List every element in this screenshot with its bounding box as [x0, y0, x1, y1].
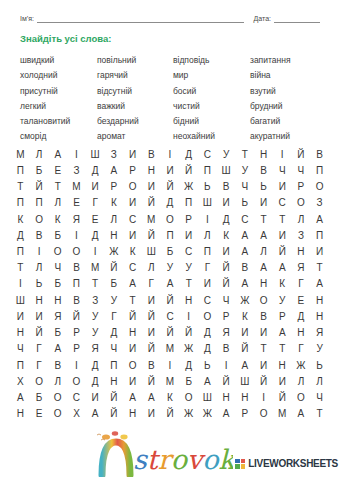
word-item: мир: [173, 68, 250, 83]
grid-cell[interactable]: О: [198, 308, 217, 324]
grid-cell[interactable]: Й: [142, 195, 161, 211]
grid-cell[interactable]: А: [235, 357, 254, 373]
grid-cell[interactable]: Ь: [235, 195, 254, 211]
grid-cell[interactable]: Й: [217, 260, 236, 276]
grid-cell[interactable]: Ш: [86, 146, 105, 162]
grid-cell[interactable]: И: [11, 308, 30, 324]
grid-cell[interactable]: О: [292, 390, 311, 406]
grid-cell[interactable]: О: [48, 243, 67, 259]
grid-cell[interactable]: С: [67, 390, 86, 406]
grid-cell[interactable]: Ч: [273, 162, 292, 178]
grid-cell[interactable]: И: [142, 406, 161, 422]
grid-cell[interactable]: А: [123, 390, 142, 406]
grid-cell[interactable]: Т: [48, 178, 67, 194]
grid-cell[interactable]: Й: [142, 308, 161, 324]
grid-cell[interactable]: И: [123, 146, 142, 162]
word-item: чистий: [173, 99, 250, 114]
grid-cell[interactable]: Т: [179, 276, 198, 292]
grid-cell[interactable]: К: [48, 211, 67, 227]
grid-cell[interactable]: Й: [142, 227, 161, 243]
grid-cell[interactable]: М: [11, 146, 30, 162]
grid-cell[interactable]: О: [292, 195, 311, 211]
grid-cell[interactable]: Н: [48, 292, 67, 308]
grid-cell[interactable]: Л: [30, 260, 49, 276]
grid-cell[interactable]: П: [198, 162, 217, 178]
grid-cell[interactable]: Д: [179, 146, 198, 162]
grid-cell[interactable]: Б: [48, 325, 67, 341]
grid-cell[interactable]: П: [198, 243, 217, 259]
grid-cell[interactable]: И: [254, 325, 273, 341]
grid-cell[interactable]: Д: [292, 308, 311, 324]
grid-cell[interactable]: Й: [179, 162, 198, 178]
grid-cell[interactable]: Н: [123, 406, 142, 422]
grid-cell[interactable]: Й: [142, 341, 161, 357]
grid-cell[interactable]: Е: [67, 195, 86, 211]
grid-cell[interactable]: Н: [310, 308, 329, 324]
grid-cell[interactable]: С: [198, 292, 217, 308]
grid-cell[interactable]: Й: [273, 243, 292, 259]
grid-cell[interactable]: П: [310, 227, 329, 243]
grid-cell[interactable]: Ж: [179, 406, 198, 422]
grid-cell[interactable]: І: [67, 146, 86, 162]
grid-cell[interactable]: И: [142, 178, 161, 194]
grid-cell[interactable]: Ш: [217, 162, 236, 178]
grid-cell[interactable]: Б: [161, 243, 180, 259]
grid-cell[interactable]: Р: [217, 308, 236, 324]
grid-cell[interactable]: Г: [292, 276, 311, 292]
grid-cell[interactable]: Р: [67, 341, 86, 357]
ostrovok-logo: strovok: [93, 429, 233, 477]
grid-cell[interactable]: Д: [161, 195, 180, 211]
grid-cell[interactable]: П: [11, 357, 30, 373]
grid-cell[interactable]: У: [235, 162, 254, 178]
grid-cell[interactable]: П: [11, 195, 30, 211]
grid-cell[interactable]: Г: [30, 341, 49, 357]
name-field[interactable]: [37, 13, 243, 23]
grid-cell[interactable]: Г: [292, 341, 311, 357]
grid-cell[interactable]: П: [105, 357, 124, 373]
grid-cell[interactable]: О: [48, 390, 67, 406]
grid-cell[interactable]: Р: [67, 325, 86, 341]
grid-cell[interactable]: Е: [292, 292, 311, 308]
grid-cell[interactable]: Д: [105, 325, 124, 341]
grid-cell[interactable]: В: [254, 308, 273, 324]
grid-cell[interactable]: Л: [48, 373, 67, 389]
grid-cell[interactable]: Р: [273, 308, 292, 324]
grid-cell[interactable]: Й: [105, 260, 124, 276]
grid-cell[interactable]: И: [30, 308, 49, 324]
grid-cell[interactable]: Д: [86, 373, 105, 389]
grid-cell[interactable]: И: [179, 227, 198, 243]
word-item: неохайний: [173, 129, 250, 144]
grid-cell[interactable]: Т: [254, 211, 273, 227]
grid-cell[interactable]: Д: [198, 325, 217, 341]
grid-cell[interactable]: Т: [86, 276, 105, 292]
grid-cell[interactable]: Н: [179, 292, 198, 308]
grid-cell[interactable]: Й: [30, 325, 49, 341]
grid-cell[interactable]: В: [142, 357, 161, 373]
grid-cell[interactable]: В: [217, 341, 236, 357]
grid-cell[interactable]: О: [48, 406, 67, 422]
word-column: запитаннявійнавзутийбруднийбагатийакурат…: [250, 53, 322, 145]
grid-cell[interactable]: З: [86, 292, 105, 308]
grid-cell[interactable]: П: [11, 162, 30, 178]
grid-cell[interactable]: Ш: [198, 195, 217, 211]
grid-cell[interactable]: О: [161, 211, 180, 227]
grid-cell[interactable]: У: [310, 341, 329, 357]
grid-cell[interactable]: Е: [30, 406, 49, 422]
grid-cell[interactable]: К: [123, 243, 142, 259]
grid-cell[interactable]: М: [273, 406, 292, 422]
grid-cell[interactable]: М: [161, 341, 180, 357]
grid-cell[interactable]: М: [86, 260, 105, 276]
grid-cell[interactable]: О: [179, 390, 198, 406]
grid-cell[interactable]: Ч: [310, 390, 329, 406]
grid-cell[interactable]: А: [48, 341, 67, 357]
grid-cell[interactable]: Ь: [254, 178, 273, 194]
grid-cell[interactable]: І: [11, 276, 30, 292]
grid-cell[interactable]: А: [273, 260, 292, 276]
grid-cell[interactable]: Я: [67, 211, 86, 227]
grid-cell[interactable]: И: [217, 195, 236, 211]
grid-cell[interactable]: Н: [11, 325, 30, 341]
grid-cell[interactable]: Д: [86, 227, 105, 243]
grid-cell[interactable]: І: [30, 243, 49, 259]
grid-cell[interactable]: Р: [179, 211, 198, 227]
grid-cell[interactable]: О: [123, 178, 142, 194]
grid-cell[interactable]: У: [179, 260, 198, 276]
word-item: талановитий: [20, 114, 97, 129]
grid-cell[interactable]: А: [235, 227, 254, 243]
grid-cell[interactable]: К: [11, 211, 30, 227]
grid-cell[interactable]: Т: [11, 178, 30, 194]
grid-cell[interactable]: И: [273, 373, 292, 389]
grid-cell[interactable]: І: [67, 227, 86, 243]
grid-cell[interactable]: Я: [86, 341, 105, 357]
grid-cell[interactable]: А: [235, 276, 254, 292]
grid-cell[interactable]: У: [86, 325, 105, 341]
grid-cell[interactable]: Д: [86, 357, 105, 373]
grid-cell[interactable]: С: [123, 260, 142, 276]
grid-cell[interactable]: С: [235, 211, 254, 227]
grid-cell[interactable]: Н: [292, 243, 311, 259]
grid-cell[interactable]: С: [161, 308, 180, 324]
grid-cell[interactable]: Х: [67, 406, 86, 422]
grid-cell[interactable]: Н: [310, 292, 329, 308]
grid-cell[interactable]: П: [30, 195, 49, 211]
grid-cell[interactable]: Р: [235, 406, 254, 422]
grid-cell[interactable]: Н: [11, 406, 30, 422]
grid-cell[interactable]: А: [310, 276, 329, 292]
grid-cell[interactable]: У: [273, 292, 292, 308]
grid-cell[interactable]: К: [217, 227, 236, 243]
grid-cell[interactable]: Й: [235, 341, 254, 357]
grid-cell[interactable]: З: [310, 195, 329, 211]
grid-cell[interactable]: Й: [161, 292, 180, 308]
grid-cell[interactable]: Б: [48, 227, 67, 243]
grid-cell[interactable]: У: [217, 146, 236, 162]
grid-cell[interactable]: З: [292, 227, 311, 243]
grid-cell[interactable]: В: [310, 146, 329, 162]
grid-cell[interactable]: Й: [161, 325, 180, 341]
grid-cell[interactable]: Н: [123, 325, 142, 341]
grid-cell[interactable]: Ч: [11, 341, 30, 357]
grid-cell[interactable]: Б: [179, 373, 198, 389]
grid-cell[interactable]: Л: [105, 211, 124, 227]
date-field[interactable]: [274, 13, 320, 23]
grid-cell[interactable]: И: [254, 357, 273, 373]
grid-cell[interactable]: И: [123, 227, 142, 243]
grid-cell[interactable]: Ж: [198, 406, 217, 422]
grid-cell[interactable]: Ь: [310, 357, 329, 373]
grid-cell[interactable]: Ч: [235, 178, 254, 194]
grid-cell[interactable]: Т: [310, 260, 329, 276]
grid-cell[interactable]: К: [235, 308, 254, 324]
grid-cell[interactable]: П: [11, 243, 30, 259]
grid-cell[interactable]: О: [310, 178, 329, 194]
grid-cell[interactable]: И: [142, 292, 161, 308]
grid-cell[interactable]: Ш: [235, 373, 254, 389]
grid-cell[interactable]: Й: [105, 406, 124, 422]
grid-cell[interactable]: Л: [310, 373, 329, 389]
grid-cell[interactable]: Г: [86, 195, 105, 211]
grid-cell[interactable]: І: [273, 146, 292, 162]
grid-cell[interactable]: С: [123, 211, 142, 227]
grid-cell[interactable]: Е: [48, 162, 67, 178]
grid-cell[interactable]: А: [86, 406, 105, 422]
grid-cell[interactable]: Н: [30, 292, 49, 308]
grid-cell[interactable]: І: [161, 357, 180, 373]
grid-cell[interactable]: А: [198, 373, 217, 389]
grid-cell[interactable]: Ж: [292, 357, 311, 373]
grid-cell[interactable]: В: [48, 357, 67, 373]
grid-cell[interactable]: П: [161, 227, 180, 243]
grid-cell[interactable]: А: [161, 276, 180, 292]
grid-cell[interactable]: У: [86, 308, 105, 324]
grid-cell[interactable]: А: [273, 325, 292, 341]
grid-cell[interactable]: И: [123, 341, 142, 357]
grid-cell[interactable]: Я: [310, 325, 329, 341]
grid-cell[interactable]: В: [142, 146, 161, 162]
grid-cell[interactable]: Ь: [30, 276, 49, 292]
grid-cell[interactable]: Н: [105, 373, 124, 389]
grid-cell[interactable]: Т: [273, 341, 292, 357]
grid-cell[interactable]: А: [105, 162, 124, 178]
grid-cell[interactable]: Ь: [198, 178, 217, 194]
grid-cell[interactable]: С: [179, 243, 198, 259]
grid-cell[interactable]: Т: [273, 211, 292, 227]
grid-cell[interactable]: Й: [217, 373, 236, 389]
grid-cell[interactable]: Й: [273, 390, 292, 406]
grid-cell[interactable]: Й: [254, 373, 273, 389]
grid-cell[interactable]: И: [217, 243, 236, 259]
grid-cell[interactable]: Й: [30, 178, 49, 194]
grid-cell[interactable]: И: [235, 325, 254, 341]
grid-cell[interactable]: И: [254, 195, 273, 211]
grid-cell[interactable]: І: [161, 146, 180, 162]
grid-cell[interactable]: Я: [292, 260, 311, 276]
grid-cell[interactable]: Л: [48, 195, 67, 211]
grid-cell[interactable]: В: [217, 178, 236, 194]
grid-cell[interactable]: А: [11, 390, 30, 406]
grid-cell[interactable]: Ш: [198, 390, 217, 406]
word-item: холодний: [20, 68, 97, 83]
grid-cell[interactable]: С: [273, 195, 292, 211]
grid-cell[interactable]: Л: [30, 146, 49, 162]
grid-cell[interactable]: Х: [11, 373, 30, 389]
grid-cell[interactable]: А: [123, 276, 142, 292]
grid-cell[interactable]: Б: [30, 162, 49, 178]
grid-cell[interactable]: Н: [254, 276, 273, 292]
grid-cell[interactable]: И: [123, 373, 142, 389]
grid-cell[interactable]: Н: [105, 227, 124, 243]
grid-cell[interactable]: И: [142, 325, 161, 341]
grid-cell[interactable]: А: [292, 406, 311, 422]
grid-cell[interactable]: О: [30, 373, 49, 389]
grid-cell[interactable]: Д: [179, 357, 198, 373]
grid-cell[interactable]: О: [30, 211, 49, 227]
grid-cell[interactable]: Ш: [11, 292, 30, 308]
grid-cell[interactable]: И: [86, 178, 105, 194]
grid-cell[interactable]: У: [105, 292, 124, 308]
grid-cell[interactable]: А: [48, 146, 67, 162]
grid-cell[interactable]: Ж: [179, 178, 198, 194]
grid-cell[interactable]: К: [273, 276, 292, 292]
grid-cell[interactable]: М: [142, 211, 161, 227]
grid-cell[interactable]: Б: [48, 276, 67, 292]
grid-cell[interactable]: А: [310, 211, 329, 227]
grid-cell[interactable]: А: [254, 227, 273, 243]
grid-cell[interactable]: О: [67, 373, 86, 389]
grid-cell[interactable]: А: [254, 260, 273, 276]
grid-cell[interactable]: Я: [217, 325, 236, 341]
grid-cell[interactable]: А: [235, 243, 254, 259]
grid-cell[interactable]: Ч: [217, 292, 236, 308]
grid-cell[interactable]: Р: [123, 162, 142, 178]
grid-cell[interactable]: Т: [310, 406, 329, 422]
grid-cell[interactable]: З: [67, 162, 86, 178]
grid-cell[interactable]: Й: [105, 390, 124, 406]
grid-cell[interactable]: Ч: [48, 260, 67, 276]
grid-cell[interactable]: М: [67, 178, 86, 194]
grid-cell[interactable]: К: [105, 195, 124, 211]
grid-cell[interactable]: Н: [273, 357, 292, 373]
grid-cell[interactable]: И: [310, 243, 329, 259]
grid-cell[interactable]: Й: [142, 373, 161, 389]
grid-cell[interactable]: Г: [30, 357, 49, 373]
grid-cell[interactable]: Т: [11, 260, 30, 276]
grid-cell[interactable]: Б: [30, 390, 49, 406]
grid-cell[interactable]: Ч: [105, 341, 124, 357]
grid-cell[interactable]: Ь: [198, 357, 217, 373]
grid-cell[interactable]: В: [67, 292, 86, 308]
grid-cell[interactable]: В: [254, 162, 273, 178]
grid-cell[interactable]: А: [217, 406, 236, 422]
grid-cell[interactable]: Е: [86, 211, 105, 227]
grid-cell[interactable]: Й: [292, 146, 311, 162]
grid-cell[interactable]: К: [161, 390, 180, 406]
grid-cell[interactable]: И: [86, 390, 105, 406]
grid-cell[interactable]: Д: [11, 227, 30, 243]
grid-cell[interactable]: Й: [217, 276, 236, 292]
grid-cell[interactable]: Л: [292, 211, 311, 227]
grid-cell[interactable]: І: [217, 357, 236, 373]
grid-cell[interactable]: О: [67, 243, 86, 259]
grid-cell[interactable]: І: [254, 390, 273, 406]
grid-cell[interactable]: Н: [142, 162, 161, 178]
grid-cell[interactable]: Т: [254, 341, 273, 357]
grid-cell[interactable]: Р: [105, 178, 124, 194]
grid-cell[interactable]: Д: [217, 211, 236, 227]
grid-cell[interactable]: У: [161, 260, 180, 276]
grid-cell[interactable]: С: [198, 146, 217, 162]
grid-cell[interactable]: И: [161, 162, 180, 178]
grid-cell[interactable]: Т: [123, 292, 142, 308]
grid-cell[interactable]: Р: [292, 178, 311, 194]
word-item: легкий: [20, 99, 97, 114]
grid-cell[interactable]: Л: [198, 227, 217, 243]
grid-cell[interactable]: И: [273, 227, 292, 243]
grid-cell[interactable]: В: [235, 260, 254, 276]
grid-cell[interactable]: И: [273, 178, 292, 194]
grid-cell[interactable]: Н: [235, 390, 254, 406]
grid-cell[interactable]: Й: [123, 308, 142, 324]
grid-cell[interactable]: І: [179, 308, 198, 324]
grid-cell[interactable]: І: [86, 243, 105, 259]
grid-cell[interactable]: Й: [161, 178, 180, 194]
grid-cell[interactable]: Б: [105, 276, 124, 292]
grid-cell[interactable]: Д: [198, 341, 217, 357]
grid-cell[interactable]: Л: [292, 373, 311, 389]
grid-cell[interactable]: В: [30, 227, 49, 243]
grid-cell[interactable]: О: [254, 292, 273, 308]
grid-cell[interactable]: Ч: [292, 162, 311, 178]
grid-cell[interactable]: Я: [48, 308, 67, 324]
grid-cell[interactable]: Л: [254, 243, 273, 259]
grid-cell[interactable]: Й: [161, 406, 180, 422]
grid-cell[interactable]: Ж: [235, 292, 254, 308]
grid-cell[interactable]: Н: [217, 390, 236, 406]
grid-cell[interactable]: Ш: [142, 243, 161, 259]
grid-cell[interactable]: Ж: [179, 341, 198, 357]
grid-cell[interactable]: Г: [198, 260, 217, 276]
grid-cell[interactable]: І: [67, 357, 86, 373]
grid-cell[interactable]: І: [198, 211, 217, 227]
grid-cell[interactable]: П: [310, 162, 329, 178]
instruction-heading: Знайдіть усі слова:: [20, 33, 111, 44]
grid-cell[interactable]: А: [142, 390, 161, 406]
grid-cell[interactable]: Л: [142, 260, 161, 276]
grid-cell[interactable]: Г: [105, 308, 124, 324]
grid-cell[interactable]: З: [105, 146, 124, 162]
grid-cell[interactable]: Д: [86, 162, 105, 178]
grid-cell[interactable]: Й: [67, 308, 86, 324]
grid-cell[interactable]: О: [123, 357, 142, 373]
grid-cell[interactable]: О: [254, 406, 273, 422]
grid-cell[interactable]: П: [179, 195, 198, 211]
grid-cell[interactable]: Г: [142, 276, 161, 292]
grid-cell[interactable]: Ж: [105, 243, 124, 259]
grid-cell[interactable]: Н: [254, 146, 273, 162]
grid-cell[interactable]: Н: [292, 325, 311, 341]
grid-cell[interactable]: Т: [235, 146, 254, 162]
grid-cell[interactable]: И: [123, 195, 142, 211]
grid-cell[interactable]: П: [67, 276, 86, 292]
grid-cell[interactable]: Й: [179, 325, 198, 341]
grid-cell[interactable]: М: [161, 373, 180, 389]
grid-cell[interactable]: В: [67, 260, 86, 276]
grid-cell[interactable]: И: [198, 276, 217, 292]
